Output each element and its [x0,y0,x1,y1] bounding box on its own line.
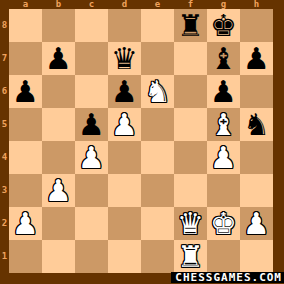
piece-black-pawn[interactable]: ♟ [78,108,105,141]
square-f7[interactable] [174,42,207,75]
piece-black-king[interactable]: ♚ [210,9,237,42]
square-a2[interactable]: ♟ [9,207,42,240]
piece-black-knight[interactable]: ♞ [243,108,270,141]
square-h3[interactable] [240,174,273,207]
square-g4[interactable]: ♟ [207,141,240,174]
chess-diagram: abcdefgh 87654321 ♜♚♟♛♝♟♟♟♞♟♟♟♝♞♟♟♟♟♛♚♟♜… [0,0,284,284]
piece-black-pawn[interactable]: ♟ [45,42,72,75]
piece-black-pawn[interactable]: ♟ [243,42,270,75]
piece-white-king[interactable]: ♚ [210,207,237,240]
piece-white-pawn[interactable]: ♟ [111,108,138,141]
square-a7[interactable] [9,42,42,75]
piece-black-pawn[interactable]: ♟ [12,75,39,108]
square-h2[interactable]: ♟ [240,207,273,240]
square-g8[interactable]: ♚ [207,9,240,42]
piece-white-knight[interactable]: ♞ [144,75,171,108]
square-b5[interactable] [42,108,75,141]
square-d6[interactable]: ♟ [108,75,141,108]
square-g5[interactable]: ♝ [207,108,240,141]
square-f3[interactable] [174,174,207,207]
square-b3[interactable]: ♟ [42,174,75,207]
square-h6[interactable] [240,75,273,108]
square-d1[interactable] [108,240,141,273]
rank-label-5: 5 [0,108,9,141]
square-h8[interactable] [240,9,273,42]
chess-board: ♜♚♟♛♝♟♟♟♞♟♟♟♝♞♟♟♟♟♛♚♟♜ [9,9,273,273]
file-label-e: e [141,0,174,9]
piece-white-queen[interactable]: ♛ [177,207,204,240]
square-b7[interactable]: ♟ [42,42,75,75]
piece-black-pawn[interactable]: ♟ [111,75,138,108]
square-e1[interactable] [141,240,174,273]
file-label-b: b [42,0,75,9]
file-label-c: c [75,0,108,9]
piece-white-pawn[interactable]: ♟ [243,207,270,240]
file-label-h: h [240,0,273,9]
square-f2[interactable]: ♛ [174,207,207,240]
square-a1[interactable] [9,240,42,273]
square-e7[interactable] [141,42,174,75]
square-h1[interactable] [240,240,273,273]
piece-white-bishop[interactable]: ♝ [210,108,237,141]
square-a4[interactable] [9,141,42,174]
square-f6[interactable] [174,75,207,108]
file-label-f: f [174,0,207,9]
square-c2[interactable] [75,207,108,240]
square-a3[interactable] [9,174,42,207]
piece-black-rook[interactable]: ♜ [177,9,204,42]
square-a6[interactable]: ♟ [9,75,42,108]
square-c6[interactable] [75,75,108,108]
square-c7[interactable] [75,42,108,75]
square-h5[interactable]: ♞ [240,108,273,141]
square-g1[interactable] [207,240,240,273]
rank-label-8: 8 [0,9,9,42]
square-d2[interactable] [108,207,141,240]
rank-label-7: 7 [0,42,9,75]
square-e4[interactable] [141,141,174,174]
square-b6[interactable] [42,75,75,108]
square-f4[interactable] [174,141,207,174]
square-b2[interactable] [42,207,75,240]
square-b1[interactable] [42,240,75,273]
square-f5[interactable] [174,108,207,141]
square-b8[interactable] [42,9,75,42]
square-e2[interactable] [141,207,174,240]
piece-black-pawn[interactable]: ♟ [210,75,237,108]
square-e8[interactable] [141,9,174,42]
rank-label-6: 6 [0,75,9,108]
square-c1[interactable] [75,240,108,273]
square-g2[interactable]: ♚ [207,207,240,240]
square-a5[interactable] [9,108,42,141]
square-d7[interactable]: ♛ [108,42,141,75]
square-h7[interactable]: ♟ [240,42,273,75]
square-c8[interactable] [75,9,108,42]
square-g3[interactable] [207,174,240,207]
piece-white-pawn[interactable]: ♟ [78,141,105,174]
rank-label-2: 2 [0,207,9,240]
square-e6[interactable]: ♞ [141,75,174,108]
square-a8[interactable] [9,9,42,42]
file-label-d: d [108,0,141,9]
piece-black-queen[interactable]: ♛ [111,42,138,75]
square-d4[interactable] [108,141,141,174]
square-h4[interactable] [240,141,273,174]
square-d3[interactable] [108,174,141,207]
piece-white-rook[interactable]: ♜ [177,240,204,273]
square-e3[interactable] [141,174,174,207]
square-g6[interactable]: ♟ [207,75,240,108]
square-c5[interactable]: ♟ [75,108,108,141]
square-f8[interactable]: ♜ [174,9,207,42]
rank-label-1: 1 [0,240,9,273]
square-d5[interactable]: ♟ [108,108,141,141]
square-c3[interactable] [75,174,108,207]
square-g7[interactable]: ♝ [207,42,240,75]
square-b4[interactable] [42,141,75,174]
piece-black-bishop[interactable]: ♝ [210,42,237,75]
piece-white-pawn[interactable]: ♟ [45,174,72,207]
file-label-a: a [9,0,42,9]
piece-white-pawn[interactable]: ♟ [210,141,237,174]
rank-label-3: 3 [0,174,9,207]
square-c4[interactable]: ♟ [75,141,108,174]
square-f1[interactable]: ♜ [174,240,207,273]
watermark: CHESSGAMES.COM [171,272,284,283]
rank-label-4: 4 [0,141,9,174]
square-e5[interactable] [141,108,174,141]
piece-white-pawn[interactable]: ♟ [12,207,39,240]
square-d8[interactable] [108,9,141,42]
file-label-g: g [207,0,240,9]
